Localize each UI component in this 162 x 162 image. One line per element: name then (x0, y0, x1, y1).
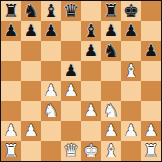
square-g8[interactable]: ♚ (121, 1, 141, 21)
square-d3[interactable] (61, 101, 81, 121)
piece-black-pawn[interactable]: ♟ (24, 21, 38, 41)
piece-black-pawn[interactable]: ♟ (64, 61, 78, 81)
piece-black-bishop[interactable]: ♝ (83, 21, 99, 41)
piece-black-pawn[interactable]: ♟ (44, 21, 58, 41)
square-g7[interactable]: ♟ (121, 21, 141, 41)
square-c7[interactable]: ♟ (41, 21, 61, 41)
piece-black-king[interactable]: ♚ (123, 1, 139, 21)
square-h7[interactable] (141, 21, 161, 41)
square-d1[interactable]: ♛ (61, 141, 81, 161)
piece-white-pawn[interactable]: ♟ (64, 81, 78, 101)
piece-white-pawn[interactable]: ♟ (104, 121, 118, 141)
square-h5[interactable] (141, 61, 161, 81)
piece-black-pawn[interactable]: ♟ (4, 21, 18, 41)
piece-white-pawn[interactable]: ♟ (24, 121, 38, 141)
square-f8[interactable]: ♜ (101, 1, 121, 21)
piece-black-knight[interactable]: ♞ (103, 41, 119, 61)
piece-black-queen[interactable]: ♛ (63, 1, 79, 21)
square-a3[interactable] (1, 101, 21, 121)
square-d8[interactable]: ♛ (61, 1, 81, 21)
piece-white-king[interactable]: ♚ (83, 141, 99, 161)
piece-white-pawn[interactable]: ♟ (84, 101, 98, 121)
piece-white-bishop[interactable]: ♝ (103, 141, 119, 161)
square-f4[interactable] (101, 81, 121, 101)
square-b5[interactable] (21, 61, 41, 81)
square-g5[interactable]: ♝ (121, 61, 141, 81)
square-c4[interactable]: ♟ (41, 81, 61, 101)
square-f3[interactable]: ♞ (101, 101, 121, 121)
square-b7[interactable]: ♟ (21, 21, 41, 41)
square-e7[interactable]: ♝ (81, 21, 101, 41)
piece-white-pawn[interactable]: ♟ (144, 121, 158, 141)
piece-black-pawn[interactable]: ♟ (124, 21, 138, 41)
piece-white-bishop[interactable]: ♝ (123, 61, 139, 81)
square-b6[interactable] (21, 41, 41, 61)
square-c5[interactable] (41, 61, 61, 81)
square-g1[interactable] (121, 141, 141, 161)
piece-white-queen[interactable]: ♛ (63, 141, 79, 161)
square-f5[interactable] (101, 61, 121, 81)
piece-white-pawn[interactable]: ♟ (4, 121, 18, 141)
square-h6[interactable]: ♟ (141, 41, 161, 61)
square-f6[interactable]: ♞ (101, 41, 121, 61)
square-g2[interactable]: ♟ (121, 121, 141, 141)
piece-black-bishop[interactable]: ♝ (43, 1, 59, 21)
square-d5[interactable]: ♟ (61, 61, 81, 81)
square-g3[interactable] (121, 101, 141, 121)
square-b1[interactable] (21, 141, 41, 161)
square-e8[interactable] (81, 1, 101, 21)
piece-black-pawn[interactable]: ♟ (84, 41, 98, 61)
square-a2[interactable]: ♟ (1, 121, 21, 141)
square-h8[interactable] (141, 1, 161, 21)
square-f1[interactable]: ♝ (101, 141, 121, 161)
piece-white-pawn[interactable]: ♟ (124, 121, 138, 141)
piece-white-rook[interactable]: ♜ (3, 141, 19, 161)
piece-black-rook[interactable]: ♜ (103, 1, 119, 21)
piece-white-knight[interactable]: ♞ (43, 101, 59, 121)
square-e3[interactable]: ♟ (81, 101, 101, 121)
square-f2[interactable]: ♟ (101, 121, 121, 141)
square-a7[interactable]: ♟ (1, 21, 21, 41)
square-d7[interactable] (61, 21, 81, 41)
piece-black-pawn[interactable]: ♟ (144, 41, 158, 61)
piece-white-knight[interactable]: ♞ (103, 101, 119, 121)
square-c3[interactable]: ♞ (41, 101, 61, 121)
square-a4[interactable] (1, 81, 21, 101)
piece-black-rook[interactable]: ♜ (3, 1, 19, 21)
square-e1[interactable]: ♚ (81, 141, 101, 161)
square-a5[interactable] (1, 61, 21, 81)
square-b2[interactable]: ♟ (21, 121, 41, 141)
piece-white-rook[interactable]: ♜ (143, 141, 159, 161)
square-d4[interactable]: ♟ (61, 81, 81, 101)
square-c2[interactable] (41, 121, 61, 141)
square-e6[interactable]: ♟ (81, 41, 101, 61)
square-c1[interactable] (41, 141, 61, 161)
square-g4[interactable] (121, 81, 141, 101)
square-g6[interactable] (121, 41, 141, 61)
square-c6[interactable] (41, 41, 61, 61)
square-h2[interactable]: ♟ (141, 121, 161, 141)
square-a6[interactable] (1, 41, 21, 61)
piece-white-pawn[interactable]: ♟ (44, 81, 58, 101)
square-a1[interactable]: ♜ (1, 141, 21, 161)
square-b3[interactable] (21, 101, 41, 121)
square-d6[interactable] (61, 41, 81, 61)
square-b4[interactable] (21, 81, 41, 101)
square-e2[interactable] (81, 121, 101, 141)
piece-black-knight[interactable]: ♞ (23, 1, 39, 21)
square-e5[interactable] (81, 61, 101, 81)
square-h1[interactable]: ♜ (141, 141, 161, 161)
chess-board: ♜♞♝♛♜♚♟♟♟♝♟♟♟♞♟♟♝♟♟♞♟♞♟♟♟♟♟♜♛♚♝♜ (0, 0, 162, 162)
square-h4[interactable] (141, 81, 161, 101)
piece-black-pawn[interactable]: ♟ (104, 21, 118, 41)
square-h3[interactable] (141, 101, 161, 121)
square-e4[interactable] (81, 81, 101, 101)
square-c8[interactable]: ♝ (41, 1, 61, 21)
square-a8[interactable]: ♜ (1, 1, 21, 21)
square-f7[interactable]: ♟ (101, 21, 121, 41)
square-d2[interactable] (61, 121, 81, 141)
square-b8[interactable]: ♞ (21, 1, 41, 21)
